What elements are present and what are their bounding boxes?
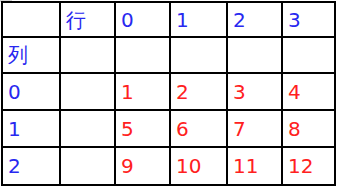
value-cell-r0c2: 3 (228, 74, 281, 109)
value-cell-r2c1: 10 (171, 148, 226, 184)
value-cell-r1c1: 6 (171, 111, 226, 146)
corner-cell (3, 3, 59, 36)
empty-cell (61, 38, 114, 72)
value-cell-r2c2: 11 (228, 148, 281, 184)
value-cell-r1c0: 5 (116, 111, 169, 146)
value-cell-r0c0: 1 (116, 74, 169, 109)
index-table-grid: 行 0 1 2 3 列 0 1 2 3 4 1 5 6 7 8 2 9 10 1… (1, 1, 336, 186)
empty-cell (116, 38, 169, 72)
row-header-0: 0 (3, 74, 59, 109)
empty-cell (61, 148, 114, 184)
row-header-1: 1 (3, 111, 59, 146)
value-cell-r2c0: 9 (116, 148, 169, 184)
value-cell-r0c1: 2 (171, 74, 226, 109)
row-header-2: 2 (3, 148, 59, 184)
col-header-0: 0 (116, 3, 169, 36)
empty-cell (171, 38, 226, 72)
empty-cell (228, 38, 281, 72)
col-axis-header: 列 (3, 38, 59, 72)
empty-cell (61, 74, 114, 109)
empty-cell (283, 38, 334, 72)
empty-cell (61, 111, 114, 146)
value-cell-r1c3: 8 (283, 111, 334, 146)
col-header-3: 3 (283, 3, 334, 36)
value-cell-r1c2: 7 (228, 111, 281, 146)
row-axis-header: 行 (61, 3, 114, 36)
value-cell-r2c3: 12 (283, 148, 334, 184)
col-header-2: 2 (228, 3, 281, 36)
col-header-1: 1 (171, 3, 226, 36)
value-cell-r0c3: 4 (283, 74, 334, 109)
